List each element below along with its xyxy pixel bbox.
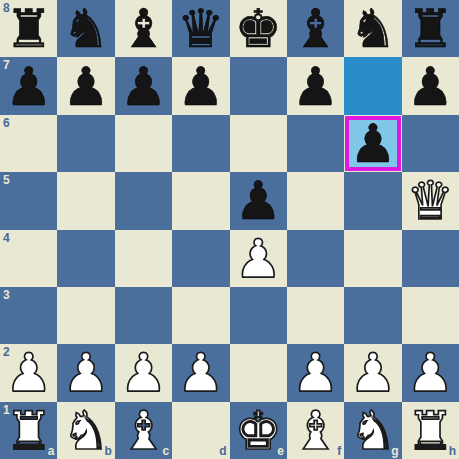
file-label-h: h bbox=[449, 445, 456, 457]
square-b7[interactable]: ♟ bbox=[57, 57, 114, 114]
square-g7[interactable] bbox=[344, 57, 401, 114]
black-pawn-icon[interactable]: ♟ bbox=[402, 57, 459, 114]
black-knight-icon[interactable]: ♞ bbox=[57, 0, 114, 57]
square-h1[interactable]: ♜h bbox=[402, 402, 459, 459]
square-h8[interactable]: ♜ bbox=[402, 0, 459, 57]
chess-board: ♜8♞♝♛♚♝♞♜♟7♟♟♟♟♟6♟5♟♛4♟3♟2♟♟♟♟♟♟♜1a♞b♝cd… bbox=[0, 0, 459, 459]
square-f4[interactable] bbox=[287, 230, 344, 287]
file-label-b: b bbox=[104, 445, 111, 457]
square-e2[interactable] bbox=[230, 344, 287, 401]
file-label-f: f bbox=[337, 445, 341, 457]
square-a4[interactable]: 4 bbox=[0, 230, 57, 287]
white-pawn-icon[interactable]: ♟ bbox=[172, 344, 229, 401]
square-e6[interactable] bbox=[230, 115, 287, 172]
square-b8[interactable]: ♞ bbox=[57, 0, 114, 57]
rank-label-8: 8 bbox=[3, 2, 10, 14]
square-e4[interactable]: ♟ bbox=[230, 230, 287, 287]
square-g6[interactable]: ♟ bbox=[344, 115, 401, 172]
square-a3[interactable]: 3 bbox=[0, 287, 57, 344]
square-a7[interactable]: ♟7 bbox=[0, 57, 57, 114]
square-h7[interactable]: ♟ bbox=[402, 57, 459, 114]
black-queen-icon[interactable]: ♛ bbox=[172, 0, 229, 57]
square-a1[interactable]: ♜1a bbox=[0, 402, 57, 459]
square-e7[interactable] bbox=[230, 57, 287, 114]
square-e5[interactable]: ♟ bbox=[230, 172, 287, 229]
white-pawn-icon[interactable]: ♟ bbox=[344, 344, 401, 401]
square-d5[interactable] bbox=[172, 172, 229, 229]
square-f6[interactable] bbox=[287, 115, 344, 172]
square-c2[interactable]: ♟ bbox=[115, 344, 172, 401]
white-bishop-icon[interactable]: ♝ bbox=[287, 402, 344, 459]
square-g4[interactable] bbox=[344, 230, 401, 287]
square-h4[interactable] bbox=[402, 230, 459, 287]
white-pawn-icon[interactable]: ♟ bbox=[287, 344, 344, 401]
black-pawn-icon[interactable]: ♟ bbox=[57, 57, 114, 114]
black-rook-icon[interactable]: ♜ bbox=[402, 0, 459, 57]
square-g5[interactable] bbox=[344, 172, 401, 229]
rank-label-1: 1 bbox=[3, 404, 10, 416]
square-b6[interactable] bbox=[57, 115, 114, 172]
white-pawn-icon[interactable]: ♟ bbox=[115, 344, 172, 401]
square-d6[interactable] bbox=[172, 115, 229, 172]
square-b1[interactable]: ♞b bbox=[57, 402, 114, 459]
square-h5[interactable]: ♛ bbox=[402, 172, 459, 229]
rank-label-2: 2 bbox=[3, 346, 10, 358]
square-h6[interactable] bbox=[402, 115, 459, 172]
square-e8[interactable]: ♚ bbox=[230, 0, 287, 57]
black-knight-icon[interactable]: ♞ bbox=[344, 0, 401, 57]
square-g3[interactable] bbox=[344, 287, 401, 344]
file-label-g: g bbox=[391, 445, 398, 457]
square-c8[interactable]: ♝ bbox=[115, 0, 172, 57]
black-bishop-icon[interactable]: ♝ bbox=[115, 0, 172, 57]
square-f5[interactable] bbox=[287, 172, 344, 229]
square-c1[interactable]: ♝c bbox=[115, 402, 172, 459]
square-f2[interactable]: ♟ bbox=[287, 344, 344, 401]
square-f1[interactable]: ♝f bbox=[287, 402, 344, 459]
rank-label-7: 7 bbox=[3, 59, 10, 71]
square-b2[interactable]: ♟ bbox=[57, 344, 114, 401]
square-c6[interactable] bbox=[115, 115, 172, 172]
square-g8[interactable]: ♞ bbox=[344, 0, 401, 57]
square-h3[interactable] bbox=[402, 287, 459, 344]
square-d4[interactable] bbox=[172, 230, 229, 287]
square-a2[interactable]: ♟2 bbox=[0, 344, 57, 401]
file-label-e: e bbox=[277, 445, 284, 457]
square-a8[interactable]: ♜8 bbox=[0, 0, 57, 57]
square-d3[interactable] bbox=[172, 287, 229, 344]
square-g1[interactable]: ♞g bbox=[344, 402, 401, 459]
file-label-a: a bbox=[48, 445, 55, 457]
black-king-icon[interactable]: ♚ bbox=[230, 0, 287, 57]
square-f7[interactable]: ♟ bbox=[287, 57, 344, 114]
square-h2[interactable]: ♟ bbox=[402, 344, 459, 401]
square-d8[interactable]: ♛ bbox=[172, 0, 229, 57]
file-label-c: c bbox=[162, 445, 169, 457]
rank-label-4: 4 bbox=[3, 232, 10, 244]
square-d2[interactable]: ♟ bbox=[172, 344, 229, 401]
white-queen-icon[interactable]: ♛ bbox=[402, 172, 459, 229]
square-c3[interactable] bbox=[115, 287, 172, 344]
square-f8[interactable]: ♝ bbox=[287, 0, 344, 57]
black-pawn-icon[interactable]: ♟ bbox=[115, 57, 172, 114]
square-c7[interactable]: ♟ bbox=[115, 57, 172, 114]
black-bishop-icon[interactable]: ♝ bbox=[287, 0, 344, 57]
square-c4[interactable] bbox=[115, 230, 172, 287]
black-pawn-icon[interactable]: ♟ bbox=[172, 57, 229, 114]
black-pawn-icon[interactable]: ♟ bbox=[230, 172, 287, 229]
square-b5[interactable] bbox=[57, 172, 114, 229]
rank-label-5: 5 bbox=[3, 174, 10, 186]
rank-label-3: 3 bbox=[3, 289, 10, 301]
square-d7[interactable]: ♟ bbox=[172, 57, 229, 114]
black-pawn-icon[interactable]: ♟ bbox=[344, 115, 401, 172]
square-e1[interactable]: ♚e bbox=[230, 402, 287, 459]
black-pawn-icon[interactable]: ♟ bbox=[287, 57, 344, 114]
square-f3[interactable] bbox=[287, 287, 344, 344]
file-label-d: d bbox=[219, 445, 226, 457]
square-e3[interactable] bbox=[230, 287, 287, 344]
square-a6[interactable]: 6 bbox=[0, 115, 57, 172]
white-pawn-icon[interactable]: ♟ bbox=[402, 344, 459, 401]
square-b3[interactable] bbox=[57, 287, 114, 344]
square-d1[interactable]: d bbox=[172, 402, 229, 459]
square-c5[interactable] bbox=[115, 172, 172, 229]
white-pawn-icon[interactable]: ♟ bbox=[57, 344, 114, 401]
square-a5[interactable]: 5 bbox=[0, 172, 57, 229]
rank-label-6: 6 bbox=[3, 117, 10, 129]
square-g2[interactable]: ♟ bbox=[344, 344, 401, 401]
white-pawn-icon[interactable]: ♟ bbox=[230, 230, 287, 287]
square-b4[interactable] bbox=[57, 230, 114, 287]
